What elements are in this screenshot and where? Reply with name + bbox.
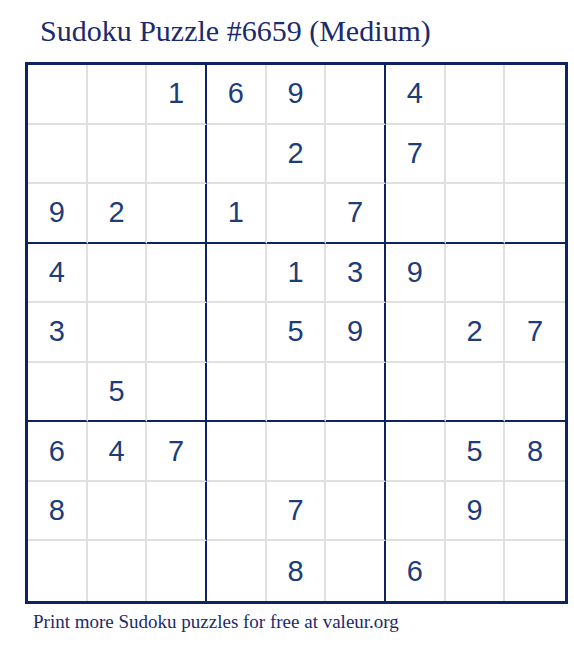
cell-r2c4[interactable] xyxy=(207,125,267,185)
cell-r6c5[interactable] xyxy=(267,363,327,423)
cell-r1c7[interactable]: 4 xyxy=(386,65,446,125)
sudoku-board: 169427921741393592756475887986 xyxy=(25,62,568,604)
cell-r2c3[interactable] xyxy=(147,125,207,185)
cell-r9c8[interactable] xyxy=(446,541,506,601)
cell-r1c6[interactable] xyxy=(326,65,386,125)
cell-r6c3[interactable] xyxy=(147,363,207,423)
cell-r3c9[interactable] xyxy=(505,184,565,244)
cell-r4c6[interactable]: 3 xyxy=(326,244,386,304)
cell-r1c3[interactable]: 1 xyxy=(147,65,207,125)
cell-r3c6[interactable]: 7 xyxy=(326,184,386,244)
cell-r1c5[interactable]: 9 xyxy=(267,65,327,125)
cell-r4c2[interactable] xyxy=(88,244,148,304)
cell-r6c2[interactable]: 5 xyxy=(88,363,148,423)
cell-r9c7[interactable]: 6 xyxy=(386,541,446,601)
cell-r5c1[interactable]: 3 xyxy=(28,303,88,363)
cell-r1c4[interactable]: 6 xyxy=(207,65,267,125)
cell-r5c9[interactable]: 7 xyxy=(505,303,565,363)
cell-r2c1[interactable] xyxy=(28,125,88,185)
footer-text: Print more Sudoku puzzles for free at va… xyxy=(33,611,399,633)
cell-r9c2[interactable] xyxy=(88,541,148,601)
cell-r9c5[interactable]: 8 xyxy=(267,541,327,601)
cell-r7c6[interactable] xyxy=(326,422,386,482)
cell-r3c5[interactable] xyxy=(267,184,327,244)
cell-r1c8[interactable] xyxy=(446,65,506,125)
cell-r7c1[interactable]: 6 xyxy=(28,422,88,482)
cell-r5c4[interactable] xyxy=(207,303,267,363)
cell-r5c7[interactable] xyxy=(386,303,446,363)
cell-r3c7[interactable] xyxy=(386,184,446,244)
cell-r6c1[interactable] xyxy=(28,363,88,423)
cell-r2c8[interactable] xyxy=(446,125,506,185)
cell-r8c4[interactable] xyxy=(207,482,267,542)
cell-r7c5[interactable] xyxy=(267,422,327,482)
cell-r1c1[interactable] xyxy=(28,65,88,125)
cell-r4c1[interactable]: 4 xyxy=(28,244,88,304)
cell-r5c8[interactable]: 2 xyxy=(446,303,506,363)
cell-r9c6[interactable] xyxy=(326,541,386,601)
cell-r7c3[interactable]: 7 xyxy=(147,422,207,482)
cell-r6c6[interactable] xyxy=(326,363,386,423)
cell-r9c3[interactable] xyxy=(147,541,207,601)
cell-r8c5[interactable]: 7 xyxy=(267,482,327,542)
cell-r6c9[interactable] xyxy=(505,363,565,423)
cell-r4c7[interactable]: 9 xyxy=(386,244,446,304)
sudoku-page: Sudoku Puzzle #6659 (Medium) 16942792174… xyxy=(0,0,574,651)
cell-r7c8[interactable]: 5 xyxy=(446,422,506,482)
cell-r1c9[interactable] xyxy=(505,65,565,125)
cell-r9c1[interactable] xyxy=(28,541,88,601)
cell-r2c7[interactable]: 7 xyxy=(386,125,446,185)
cell-r7c2[interactable]: 4 xyxy=(88,422,148,482)
cell-r9c9[interactable] xyxy=(505,541,565,601)
cell-r8c2[interactable] xyxy=(88,482,148,542)
cell-r8c7[interactable] xyxy=(386,482,446,542)
cell-r7c9[interactable]: 8 xyxy=(505,422,565,482)
cell-r4c9[interactable] xyxy=(505,244,565,304)
cell-r8c6[interactable] xyxy=(326,482,386,542)
cell-r4c8[interactable] xyxy=(446,244,506,304)
cell-r5c6[interactable]: 9 xyxy=(326,303,386,363)
cell-r3c2[interactable]: 2 xyxy=(88,184,148,244)
cell-r6c7[interactable] xyxy=(386,363,446,423)
cell-r8c1[interactable]: 8 xyxy=(28,482,88,542)
cell-r2c6[interactable] xyxy=(326,125,386,185)
cell-r7c4[interactable] xyxy=(207,422,267,482)
cell-r3c3[interactable] xyxy=(147,184,207,244)
cell-r3c4[interactable]: 1 xyxy=(207,184,267,244)
cell-r3c1[interactable]: 9 xyxy=(28,184,88,244)
cell-r8c8[interactable]: 9 xyxy=(446,482,506,542)
cell-r4c5[interactable]: 1 xyxy=(267,244,327,304)
cell-r6c8[interactable] xyxy=(446,363,506,423)
cell-r2c5[interactable]: 2 xyxy=(267,125,327,185)
cell-r1c2[interactable] xyxy=(88,65,148,125)
cell-r5c3[interactable] xyxy=(147,303,207,363)
cell-r5c2[interactable] xyxy=(88,303,148,363)
cell-r9c4[interactable] xyxy=(207,541,267,601)
cell-r5c5[interactable]: 5 xyxy=(267,303,327,363)
cell-r4c3[interactable] xyxy=(147,244,207,304)
cell-r2c2[interactable] xyxy=(88,125,148,185)
page-title: Sudoku Puzzle #6659 (Medium) xyxy=(40,11,431,51)
cell-r2c9[interactable] xyxy=(505,125,565,185)
cell-r8c9[interactable] xyxy=(505,482,565,542)
cell-r8c3[interactable] xyxy=(147,482,207,542)
cell-r7c7[interactable] xyxy=(386,422,446,482)
cell-r4c4[interactable] xyxy=(207,244,267,304)
cell-r6c4[interactable] xyxy=(207,363,267,423)
cell-r3c8[interactable] xyxy=(446,184,506,244)
